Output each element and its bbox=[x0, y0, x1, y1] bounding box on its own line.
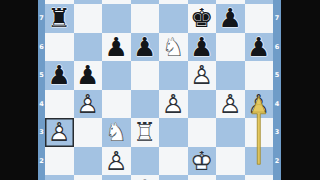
square-a2 bbox=[45, 147, 74, 176]
black-piece-glyph: ♚ bbox=[188, 4, 217, 33]
square-e7 bbox=[159, 4, 188, 33]
square-b1 bbox=[74, 175, 103, 180]
square-f7: ♚ bbox=[188, 4, 217, 33]
square-f3 bbox=[188, 118, 217, 147]
black-piece-glyph: ♟ bbox=[131, 33, 160, 62]
square-a1 bbox=[45, 175, 74, 180]
square-h5 bbox=[245, 61, 274, 90]
white-piece-outline: ♘ bbox=[159, 33, 188, 62]
square-f5: ♟♙ bbox=[188, 61, 217, 90]
square-a3: ♟♙ bbox=[45, 118, 74, 147]
black-pawn-h6: ♟ bbox=[245, 33, 274, 62]
square-h1 bbox=[245, 175, 274, 180]
square-d3: ♜♖ bbox=[131, 118, 160, 147]
white-rook-d3: ♜♖ bbox=[131, 118, 160, 147]
black-piece-glyph: ♜ bbox=[45, 4, 74, 33]
white-pawn-f5: ♟♙ bbox=[188, 61, 217, 90]
square-f6: ♟ bbox=[188, 33, 217, 62]
rank-label-7: 7 bbox=[273, 15, 281, 22]
black-pawn-c6: ♟ bbox=[102, 33, 131, 62]
black-piece-glyph: ♟ bbox=[102, 33, 131, 62]
white-piece-outline: ♙ bbox=[159, 90, 188, 119]
rank-label-2: 2 bbox=[273, 158, 281, 165]
black-piece-glyph: ♟ bbox=[216, 4, 245, 33]
chess-diagram: 87654321 ♛♝♜♜♚♟♟♟♞♘♟♟♟♟♟♙♟♙♟♙♟♙♟♙♟♙♞♘♜♖♟… bbox=[38, 0, 281, 180]
rank-label-6: 6 bbox=[38, 44, 45, 51]
square-g3 bbox=[216, 118, 245, 147]
square-b3 bbox=[74, 118, 103, 147]
square-g2 bbox=[216, 147, 245, 176]
square-h2 bbox=[245, 147, 274, 176]
rank-labels-right: 87654321 bbox=[273, 0, 281, 180]
black-pawn-a5: ♟ bbox=[45, 61, 74, 90]
white-piece-outline: ♙ bbox=[102, 147, 131, 176]
square-c6: ♟ bbox=[102, 33, 131, 62]
square-h4: ♟♙ bbox=[245, 90, 274, 119]
right-black-bar bbox=[281, 0, 320, 180]
white-piece-outline: ♙ bbox=[74, 90, 103, 119]
square-c2: ♟♙ bbox=[102, 147, 131, 176]
square-h3 bbox=[245, 118, 274, 147]
white-queen-d1: ♛♕ bbox=[131, 175, 160, 180]
square-c5 bbox=[102, 61, 131, 90]
rank-label-7: 7 bbox=[38, 15, 45, 22]
square-c7 bbox=[102, 4, 131, 33]
white-piece-outline: ♕ bbox=[131, 175, 160, 180]
black-pawn-d6: ♟ bbox=[131, 33, 160, 62]
square-g7: ♟ bbox=[216, 4, 245, 33]
square-g5 bbox=[216, 61, 245, 90]
rank-label-4: 4 bbox=[38, 101, 45, 108]
square-g4: ♟♙ bbox=[216, 90, 245, 119]
square-d2 bbox=[131, 147, 160, 176]
square-b7 bbox=[74, 4, 103, 33]
white-piece-outline: ♙ bbox=[45, 118, 74, 147]
video-frame: 87654321 ♛♝♜♜♚♟♟♟♞♘♟♟♟♟♟♙♟♙♟♙♟♙♟♙♟♙♞♘♜♖♟… bbox=[0, 0, 320, 180]
square-d4 bbox=[131, 90, 160, 119]
rank-label-5: 5 bbox=[38, 72, 45, 79]
square-f2: ♚♔ bbox=[188, 147, 217, 176]
square-a4 bbox=[45, 90, 74, 119]
square-a7: ♜ bbox=[45, 4, 74, 33]
white-piece-outline: ♖ bbox=[131, 118, 160, 147]
black-piece-glyph: ♟ bbox=[74, 61, 103, 90]
square-d1: ♛♕ bbox=[131, 175, 160, 180]
square-h6: ♟ bbox=[245, 33, 274, 62]
white-piece-outline: ♔ bbox=[188, 147, 217, 176]
square-d6: ♟ bbox=[131, 33, 160, 62]
square-e2 bbox=[159, 147, 188, 176]
square-e3 bbox=[159, 118, 188, 147]
black-piece-glyph: ♟ bbox=[45, 61, 74, 90]
white-pawn-b4: ♟♙ bbox=[74, 90, 103, 119]
white-king-f2: ♚♔ bbox=[188, 147, 217, 176]
white-piece-outline: ♙ bbox=[216, 90, 245, 119]
square-f1 bbox=[188, 175, 217, 180]
square-g1 bbox=[216, 175, 245, 180]
white-piece-outline: ♘ bbox=[102, 118, 131, 147]
black-king-f7: ♚ bbox=[188, 4, 217, 33]
black-pawn-b5: ♟ bbox=[74, 61, 103, 90]
rank-label-2: 2 bbox=[38, 158, 45, 165]
rank-label-3: 3 bbox=[38, 129, 45, 136]
square-c4 bbox=[102, 90, 131, 119]
square-e6: ♞♘ bbox=[159, 33, 188, 62]
rank-labels-left: 87654321 bbox=[38, 0, 45, 180]
square-b4: ♟♙ bbox=[74, 90, 103, 119]
white-pawn-g4: ♟♙ bbox=[216, 90, 245, 119]
square-b5: ♟ bbox=[74, 61, 103, 90]
black-pawn-f6: ♟ bbox=[188, 33, 217, 62]
square-d5 bbox=[131, 61, 160, 90]
white-piece-outline: ♙ bbox=[245, 90, 274, 119]
square-f4 bbox=[188, 90, 217, 119]
white-knight-c3: ♞♘ bbox=[102, 118, 131, 147]
square-b6 bbox=[74, 33, 103, 62]
square-h7 bbox=[245, 4, 274, 33]
square-e5 bbox=[159, 61, 188, 90]
square-g6 bbox=[216, 33, 245, 62]
square-e1 bbox=[159, 175, 188, 180]
white-pawn-a3: ♟♙ bbox=[45, 118, 74, 147]
rank-label-4: 4 bbox=[273, 101, 281, 108]
black-piece-glyph: ♟ bbox=[188, 33, 217, 62]
square-a5: ♟ bbox=[45, 61, 74, 90]
white-pawn-e4: ♟♙ bbox=[159, 90, 188, 119]
square-e4: ♟♙ bbox=[159, 90, 188, 119]
black-pawn-g7: ♟ bbox=[216, 4, 245, 33]
white-pawn-h4: ♟♙ bbox=[245, 90, 274, 119]
rank-label-6: 6 bbox=[273, 44, 281, 51]
square-c3: ♞♘ bbox=[102, 118, 131, 147]
white-knight-e6: ♞♘ bbox=[159, 33, 188, 62]
chess-board: ♛♝♜♜♚♟♟♟♞♘♟♟♟♟♟♙♟♙♟♙♟♙♟♙♟♙♞♘♜♖♟♙♚♔♛♕ bbox=[45, 0, 273, 180]
left-black-bar bbox=[0, 0, 38, 180]
rank-label-3: 3 bbox=[273, 129, 281, 136]
square-d7 bbox=[131, 4, 160, 33]
black-piece-glyph: ♟ bbox=[245, 33, 274, 62]
black-rook-a7: ♜ bbox=[45, 4, 74, 33]
square-b2 bbox=[74, 147, 103, 176]
white-pawn-c2: ♟♙ bbox=[102, 147, 131, 176]
white-piece-outline: ♙ bbox=[188, 61, 217, 90]
rank-label-5: 5 bbox=[273, 72, 281, 79]
square-a6 bbox=[45, 33, 74, 62]
square-c1 bbox=[102, 175, 131, 180]
